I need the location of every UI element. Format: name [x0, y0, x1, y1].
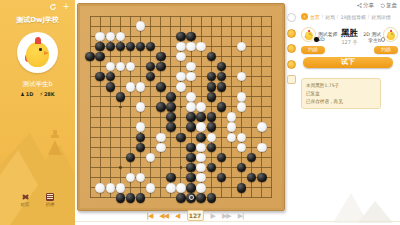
board-cell[interactable] [226, 31, 236, 41]
board-cell[interactable] [206, 183, 216, 193]
sidebar-item-match[interactable]: 对弈 [21, 193, 30, 207]
board-cell[interactable] [85, 51, 95, 61]
board-cell[interactable] [95, 183, 105, 193]
board-cell[interactable] [237, 92, 247, 102]
board-cell[interactable] [257, 31, 267, 41]
refresh-icon[interactable] [49, 3, 57, 11]
board-cell[interactable] [156, 152, 166, 162]
board-cell[interactable] [237, 62, 247, 72]
board-cell[interactable] [257, 51, 267, 61]
board-cell[interactable] [257, 62, 267, 72]
board-cell[interactable] [176, 21, 186, 31]
board-cell[interactable] [156, 51, 166, 61]
board-cell[interactable] [115, 92, 125, 102]
board-cell[interactable] [105, 31, 115, 41]
board-cell[interactable] [186, 122, 196, 132]
back-circle-icon[interactable]: ‹ [301, 13, 308, 20]
last-move-button[interactable]: ▶| [238, 211, 244, 221]
board-cell[interactable] [136, 122, 146, 132]
board-cell[interactable] [216, 142, 226, 152]
board-cell[interactable] [125, 193, 135, 203]
gift-icon[interactable] [287, 60, 296, 69]
board-cell[interactable] [85, 163, 95, 173]
board-cell[interactable] [237, 51, 247, 61]
board-cell[interactable] [247, 11, 257, 21]
board-cell[interactable] [85, 152, 95, 162]
board-cell[interactable] [247, 173, 257, 183]
board-cell[interactable] [156, 31, 166, 41]
board-cell[interactable] [186, 51, 196, 61]
board-cell[interactable] [156, 21, 166, 31]
board-cell[interactable] [267, 31, 277, 41]
white-player-avatar[interactable] [383, 27, 398, 42]
board-cell[interactable] [156, 102, 166, 112]
board-cell[interactable] [237, 163, 247, 173]
board-cell[interactable] [115, 173, 125, 183]
board-cell[interactable] [216, 152, 226, 162]
board-cell[interactable] [125, 31, 135, 41]
board-cell[interactable] [237, 72, 247, 82]
board-cell[interactable] [146, 31, 156, 41]
challenge-black-button[interactable]: 约战 [301, 46, 325, 54]
board-cell[interactable] [176, 112, 186, 122]
board-cell[interactable] [267, 62, 277, 72]
board-cell[interactable] [105, 132, 115, 142]
board-cell[interactable] [196, 41, 206, 51]
board-cell[interactable] [146, 82, 156, 92]
board-cell[interactable] [216, 41, 226, 51]
sidebar-item-records[interactable]: 棋谱 [46, 193, 55, 207]
board-cell[interactable] [176, 11, 186, 21]
board-cell[interactable] [125, 51, 135, 61]
board-cell[interactable] [115, 21, 125, 31]
board-cell[interactable] [115, 152, 125, 162]
board-cell[interactable] [257, 82, 267, 92]
board-cell[interactable] [166, 21, 176, 31]
emoji-icon[interactable] [287, 29, 296, 38]
board-cell[interactable] [166, 152, 176, 162]
board-cell[interactable] [226, 62, 236, 72]
board-cell[interactable] [267, 51, 277, 61]
board-cell[interactable] [156, 41, 166, 51]
board-cell[interactable] [136, 163, 146, 173]
board-cell[interactable] [247, 72, 257, 82]
board-cell[interactable] [206, 102, 216, 112]
board-cell[interactable] [166, 142, 176, 152]
board-cell[interactable] [216, 11, 226, 21]
board-cell[interactable] [95, 72, 105, 82]
board-cell[interactable] [115, 41, 125, 51]
board-cell[interactable] [85, 82, 95, 92]
board-cell[interactable] [105, 122, 115, 132]
board-cell[interactable] [95, 21, 105, 31]
board-cell[interactable] [247, 41, 257, 51]
board-cell[interactable] [136, 173, 146, 183]
board-cell[interactable] [105, 82, 115, 92]
board-cell[interactable] [196, 102, 206, 112]
breadcrumb-games[interactable]: 对局 [325, 14, 335, 20]
board-cell[interactable] [226, 183, 236, 193]
board-cell[interactable] [166, 173, 176, 183]
board-cell[interactable] [196, 11, 206, 21]
board-cell[interactable] [156, 72, 166, 82]
board-cell[interactable] [267, 132, 277, 142]
board-cell[interactable] [257, 173, 267, 183]
board-cell[interactable] [176, 132, 186, 142]
board-cell[interactable] [206, 41, 216, 51]
board-cell[interactable] [156, 183, 166, 193]
board-cell[interactable] [146, 51, 156, 61]
board-cell[interactable] [247, 183, 257, 193]
board-cell[interactable] [226, 72, 236, 82]
board-cell[interactable] [176, 122, 186, 132]
board-cell[interactable] [166, 132, 176, 142]
board-cell[interactable] [136, 152, 146, 162]
board-cell[interactable] [206, 31, 216, 41]
board-cell[interactable] [125, 82, 135, 92]
board-cell[interactable] [125, 102, 135, 112]
board-cell[interactable] [85, 102, 95, 112]
board-cell[interactable] [125, 21, 135, 31]
board-cell[interactable] [176, 142, 186, 152]
board-cell[interactable] [176, 193, 186, 203]
board-cell[interactable] [206, 173, 216, 183]
board-cell[interactable] [95, 62, 105, 72]
board-cell[interactable] [216, 62, 226, 72]
board-cell[interactable] [267, 122, 277, 132]
board-cell[interactable] [247, 51, 257, 61]
board-cell[interactable] [95, 51, 105, 61]
board-cell[interactable] [95, 173, 105, 183]
board-cell[interactable] [206, 142, 216, 152]
board-cell[interactable] [267, 11, 277, 21]
board-cell[interactable] [105, 142, 115, 152]
board-cell[interactable] [125, 122, 135, 132]
board-cell[interactable] [237, 183, 247, 193]
board-cell[interactable] [226, 193, 236, 203]
board-cell[interactable] [257, 183, 267, 193]
share-button[interactable]: 分享 [357, 2, 374, 9]
board-cell[interactable] [146, 62, 156, 72]
board-cell[interactable] [85, 41, 95, 51]
board-cell[interactable] [85, 11, 95, 21]
board-cell[interactable] [85, 72, 95, 82]
board-cell[interactable] [237, 11, 247, 21]
board-cell[interactable] [216, 132, 226, 142]
board-cell[interactable] [176, 163, 186, 173]
board-cell[interactable] [146, 112, 156, 122]
board-cell[interactable] [166, 92, 176, 102]
board-cell[interactable] [85, 62, 95, 72]
move-counter[interactable]: 127 [187, 210, 204, 221]
board-cell[interactable] [136, 21, 146, 31]
board-cell[interactable] [247, 193, 257, 203]
try-moves-button[interactable]: 试下 [303, 57, 393, 68]
board-cell[interactable] [146, 163, 156, 173]
board-cell[interactable] [166, 82, 176, 92]
board-cell[interactable] [247, 82, 257, 92]
board-cell[interactable] [146, 193, 156, 203]
board-cell[interactable] [186, 142, 196, 152]
board-cell[interactable] [115, 193, 125, 203]
board-cell[interactable] [136, 31, 146, 41]
board-cell[interactable] [115, 51, 125, 61]
board-cell[interactable] [186, 163, 196, 173]
board-cell[interactable] [226, 152, 236, 162]
board-cell[interactable] [237, 102, 247, 112]
board-cell[interactable] [267, 92, 277, 102]
board-cell[interactable] [95, 142, 105, 152]
board-cell[interactable] [125, 62, 135, 72]
board-cell[interactable] [226, 102, 236, 112]
board-cell[interactable] [196, 72, 206, 82]
board-cell[interactable] [136, 132, 146, 142]
board-cell[interactable] [166, 11, 176, 21]
board-cell[interactable] [146, 142, 156, 152]
board-cell[interactable] [216, 112, 226, 122]
board-cell[interactable] [237, 132, 247, 142]
board-cell[interactable] [247, 21, 257, 31]
board-cell[interactable] [196, 193, 206, 203]
board-cell[interactable] [247, 142, 257, 152]
board-cell[interactable] [216, 122, 226, 132]
board-cell[interactable] [186, 102, 196, 112]
board-cell[interactable] [85, 112, 95, 122]
board-cell[interactable] [206, 193, 216, 203]
board-cell[interactable] [156, 92, 166, 102]
board-cell[interactable] [176, 92, 186, 102]
board-cell[interactable] [206, 152, 216, 162]
board-cell[interactable] [237, 21, 247, 31]
board-cell[interactable] [176, 62, 186, 72]
board-cell[interactable] [257, 92, 267, 102]
board-cell[interactable] [186, 132, 196, 142]
board-cell[interactable] [216, 102, 226, 112]
board-cell[interactable] [115, 183, 125, 193]
board-cell[interactable] [166, 122, 176, 132]
board-cell[interactable] [85, 21, 95, 31]
board-cell[interactable] [95, 193, 105, 203]
board-cell[interactable] [247, 102, 257, 112]
board-cell[interactable] [166, 193, 176, 203]
board-cell[interactable] [196, 62, 206, 72]
board-cell[interactable] [216, 183, 226, 193]
board-cell[interactable] [156, 11, 166, 21]
board-cell[interactable] [105, 183, 115, 193]
board-cell[interactable] [226, 112, 236, 122]
board-cell[interactable] [226, 92, 236, 102]
board-cell[interactable] [186, 11, 196, 21]
board-cell[interactable] [125, 72, 135, 82]
breadcrumb-teaching[interactable]: 19路指导棋 [340, 14, 365, 20]
board-cell[interactable] [125, 132, 135, 142]
board-cell[interactable] [257, 11, 267, 21]
board-cell[interactable] [176, 41, 186, 51]
board-cell[interactable] [226, 132, 236, 142]
board-cell[interactable] [166, 31, 176, 41]
board-cell[interactable] [85, 193, 95, 203]
sticker-icon[interactable] [287, 44, 296, 53]
board-cell[interactable] [267, 193, 277, 203]
board-cell[interactable] [105, 102, 115, 112]
board-cell[interactable] [226, 11, 236, 21]
challenge-white-button[interactable]: 约战 [374, 46, 398, 54]
board-cell[interactable] [95, 122, 105, 132]
board-cell[interactable] [156, 82, 166, 92]
board-cell[interactable] [267, 72, 277, 82]
board-cell[interactable] [257, 152, 267, 162]
board-cell[interactable] [95, 102, 105, 112]
board-cell[interactable] [95, 31, 105, 41]
board-cell[interactable] [95, 152, 105, 162]
board-cell[interactable] [166, 72, 176, 82]
board-cell[interactable] [136, 51, 146, 61]
board-cell[interactable] [156, 142, 166, 152]
board-cell[interactable] [206, 51, 216, 61]
board-cell[interactable] [257, 142, 267, 152]
board-cell[interactable] [115, 31, 125, 41]
board-cell[interactable] [176, 72, 186, 82]
board-cell[interactable] [267, 41, 277, 51]
notes-icon[interactable] [287, 75, 296, 84]
board-cell[interactable] [267, 152, 277, 162]
board-cell[interactable] [206, 92, 216, 102]
board-cell[interactable] [206, 132, 216, 142]
board-cell[interactable] [125, 112, 135, 122]
board-cell[interactable] [267, 173, 277, 183]
board-cell[interactable] [105, 11, 115, 21]
review-link-button[interactable]: 复盘 [380, 2, 397, 9]
board-cell[interactable] [105, 193, 115, 203]
board-cell[interactable] [156, 193, 166, 203]
board-cell[interactable] [85, 122, 95, 132]
board-cell[interactable] [216, 21, 226, 31]
board-cell[interactable] [176, 51, 186, 61]
board-cell[interactable] [115, 82, 125, 92]
board-cell[interactable] [237, 31, 247, 41]
board-cell[interactable] [136, 11, 146, 21]
board-cell[interactable] [136, 41, 146, 51]
board-cell[interactable] [125, 152, 135, 162]
fast-forward-button[interactable]: ▶▶ [222, 211, 231, 221]
board-cell[interactable] [257, 132, 267, 142]
board-cell[interactable] [247, 132, 257, 142]
board-cell[interactable] [166, 183, 176, 193]
board-cell[interactable] [156, 112, 166, 122]
board-cell[interactable] [166, 62, 176, 72]
board-cell[interactable] [257, 72, 267, 82]
board-cell[interactable] [237, 152, 247, 162]
board-cell[interactable] [226, 142, 236, 152]
board-cell[interactable] [136, 92, 146, 102]
board-cell[interactable] [156, 62, 166, 72]
board-cell[interactable] [257, 163, 267, 173]
board-cell[interactable] [105, 152, 115, 162]
board-cell[interactable] [226, 163, 236, 173]
board-cell[interactable] [115, 122, 125, 132]
board-cell[interactable] [146, 21, 156, 31]
board-cell[interactable] [216, 173, 226, 183]
board-cell[interactable] [95, 41, 105, 51]
board-cell[interactable] [85, 183, 95, 193]
board-cell[interactable] [267, 183, 277, 193]
board-cell[interactable] [206, 11, 216, 21]
back-button[interactable]: ◀ [175, 211, 179, 221]
board-cell[interactable] [125, 183, 135, 193]
board-cell[interactable] [247, 122, 257, 132]
board-cell[interactable] [216, 82, 226, 92]
board-cell[interactable] [226, 122, 236, 132]
board-cell[interactable] [166, 163, 176, 173]
board-cell[interactable] [166, 112, 176, 122]
board-cell[interactable] [136, 102, 146, 112]
board-cell[interactable] [105, 62, 115, 72]
board-cell[interactable] [176, 82, 186, 92]
board-cell[interactable] [247, 62, 257, 72]
board-cell[interactable] [196, 152, 206, 162]
board-cell[interactable] [247, 31, 257, 41]
board-cell[interactable] [206, 82, 216, 92]
board-cell[interactable] [257, 193, 267, 203]
board-cell[interactable] [226, 82, 236, 92]
board-cell[interactable] [115, 11, 125, 21]
board-cell[interactable] [267, 82, 277, 92]
board-cell[interactable] [186, 92, 196, 102]
board-cell[interactable] [156, 122, 166, 132]
board-cell[interactable] [237, 142, 247, 152]
board-cell[interactable] [115, 112, 125, 122]
board-cell[interactable] [85, 132, 95, 142]
board-cell[interactable] [216, 193, 226, 203]
board-cell[interactable] [186, 82, 196, 92]
board-cell[interactable] [206, 122, 216, 132]
board-cell[interactable] [267, 102, 277, 112]
board-cell[interactable] [105, 112, 115, 122]
board-cell[interactable] [196, 163, 206, 173]
board-cell[interactable] [216, 51, 226, 61]
board-cell[interactable] [176, 173, 186, 183]
board-cell[interactable] [105, 72, 115, 82]
board-cell[interactable] [186, 173, 196, 183]
board-cell[interactable] [237, 112, 247, 122]
board-cell[interactable] [216, 163, 226, 173]
board-cell[interactable] [257, 41, 267, 51]
first-move-button[interactable]: |◀ [146, 211, 152, 221]
board-cell[interactable] [196, 21, 206, 31]
board-cell[interactable] [115, 102, 125, 112]
board-cell[interactable] [206, 21, 216, 31]
board-cell[interactable] [226, 41, 236, 51]
board-cell[interactable] [216, 31, 226, 41]
board-cell[interactable] [186, 72, 196, 82]
forward-button[interactable]: ▶ [211, 211, 215, 221]
board-cell[interactable] [156, 163, 166, 173]
breadcrumb-home[interactable]: 首页 [310, 14, 320, 20]
sound-toggle-icon[interactable] [287, 13, 296, 22]
board-cell[interactable] [125, 163, 135, 173]
board-cell[interactable] [206, 72, 216, 82]
board-cell[interactable] [146, 92, 156, 102]
board-cell[interactable] [206, 62, 216, 72]
board-cell[interactable] [125, 142, 135, 152]
board-cell[interactable] [105, 21, 115, 31]
board-cell[interactable] [186, 62, 196, 72]
board-cell[interactable] [166, 41, 176, 51]
board-cell[interactable] [136, 112, 146, 122]
board-cell[interactable] [105, 41, 115, 51]
board-cell[interactable] [95, 92, 105, 102]
board-cell[interactable] [216, 72, 226, 82]
